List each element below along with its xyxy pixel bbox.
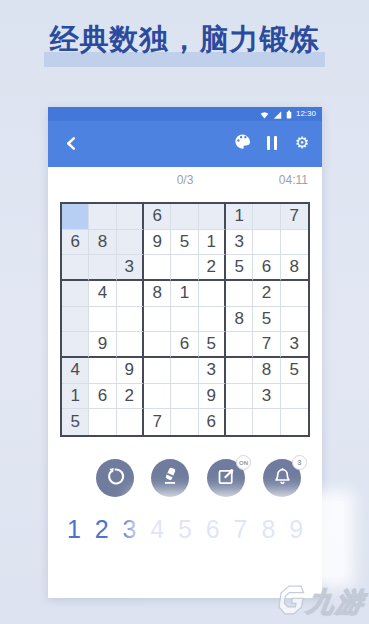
cell-r1c9[interactable]: 7 (281, 204, 308, 230)
status-bar: 12:30 (48, 107, 322, 121)
cell-r7c4[interactable] (144, 358, 171, 384)
cell-r7c7[interactable] (226, 358, 253, 384)
cell-r8c8[interactable]: 3 (253, 384, 280, 410)
cell-r4c5[interactable]: 1 (171, 281, 198, 307)
hint-badge: 3 (292, 455, 307, 470)
cell-r5c2[interactable] (89, 307, 116, 333)
cell-r1c2[interactable] (89, 204, 116, 230)
notes-badge: ON (236, 455, 251, 470)
cell-r8c9[interactable] (281, 384, 308, 410)
status-time: 12:30 (296, 110, 316, 118)
cell-r5c3[interactable] (117, 307, 144, 333)
cell-r7c1[interactable]: 4 (62, 358, 89, 384)
cell-r2c5[interactable]: 5 (171, 230, 198, 256)
cell-r7c8[interactable]: 8 (253, 358, 280, 384)
cell-r2c4[interactable]: 9 (144, 230, 171, 256)
jiuyou-logo-icon (276, 585, 307, 619)
cell-r5c5[interactable] (171, 307, 198, 333)
number-key-2[interactable]: 2 (88, 513, 116, 545)
page: 经典数独，脑力锻炼 12:30 (0, 0, 369, 624)
page-title: 经典数独，脑力锻炼 (0, 24, 369, 56)
back-chevron-icon (64, 136, 79, 155)
watermark: 九游 (275, 584, 367, 620)
cell-r8c7[interactable] (226, 384, 253, 410)
cell-r8c4[interactable] (144, 384, 171, 410)
cell-r9c8[interactable] (253, 409, 280, 435)
cell-r9c7[interactable] (226, 409, 253, 435)
cell-r2c2[interactable]: 8 (89, 230, 116, 256)
cell-r4c7[interactable] (226, 281, 253, 307)
headline: 经典数独，脑力锻炼 (0, 24, 369, 56)
cell-r3c8[interactable]: 6 (253, 255, 280, 281)
cell-r4c2[interactable]: 4 (89, 281, 116, 307)
cell-r3c1[interactable] (62, 255, 89, 281)
palette-icon (233, 132, 252, 155)
compose-icon (216, 466, 237, 491)
number-key-1[interactable]: 1 (60, 513, 88, 545)
cell-r8c2[interactable]: 6 (89, 384, 116, 410)
cell-r6c1[interactable] (62, 332, 89, 358)
eraser-icon (159, 465, 181, 491)
cell-r4c4[interactable]: 8 (144, 281, 171, 307)
cell-r8c1[interactable]: 1 (62, 384, 89, 410)
cell-r5c8[interactable]: 5 (253, 307, 280, 333)
cell-r2c6[interactable]: 1 (199, 230, 226, 256)
cell-r8c3[interactable]: 2 (117, 384, 144, 410)
cell-r2c3[interactable] (117, 230, 144, 256)
cell-r4c9[interactable] (281, 281, 308, 307)
cell-r6c9[interactable]: 3 (281, 332, 308, 358)
cell-r6c6[interactable]: 5 (199, 332, 226, 358)
hint-button[interactable]: 3 (263, 459, 301, 497)
notes-button[interactable]: ON (207, 459, 245, 497)
cell-r9c6[interactable]: 6 (199, 409, 226, 435)
pause-icon (267, 136, 277, 150)
cell-r5c9[interactable] (281, 307, 308, 333)
cell-r7c9[interactable]: 5 (281, 358, 308, 384)
cell-r6c8[interactable]: 7 (253, 332, 280, 358)
cell-r9c9[interactable] (281, 409, 308, 435)
cell-r6c2[interactable]: 9 (89, 332, 116, 358)
cell-r9c2[interactable] (89, 409, 116, 435)
cell-r4c6[interactable] (199, 281, 226, 307)
cell-r1c1[interactable] (62, 204, 89, 230)
cell-r5c6[interactable] (199, 307, 226, 333)
cell-r9c4[interactable]: 7 (144, 409, 171, 435)
cell-r4c8[interactable]: 2 (253, 281, 280, 307)
cell-r2c8[interactable] (253, 230, 280, 256)
sudoku-grid: 61768951332568481285965734938516293576 (60, 202, 310, 437)
cell-r8c6[interactable]: 9 (199, 384, 226, 410)
cell-r6c5[interactable]: 6 (171, 332, 198, 358)
cell-r9c5[interactable] (171, 409, 198, 435)
info-bar: 0/3 04:11 (48, 173, 322, 189)
erase-button[interactable] (151, 459, 189, 497)
undo-button[interactable] (96, 459, 134, 497)
theme-button[interactable] (232, 132, 252, 154)
cell-r7c5[interactable] (171, 358, 198, 384)
cell-r2c9[interactable] (281, 230, 308, 256)
cell-r9c1[interactable]: 5 (62, 409, 89, 435)
cell-r1c3[interactable] (117, 204, 144, 230)
pause-button[interactable] (262, 132, 282, 154)
timer: 04:11 (279, 173, 308, 187)
cell-r7c3[interactable]: 9 (117, 358, 144, 384)
cell-r2c7[interactable]: 3 (226, 230, 253, 256)
toolbar: ON 3 (60, 459, 310, 499)
cell-r2c1[interactable]: 6 (62, 230, 89, 256)
undo-arrow-icon (104, 465, 127, 492)
cell-r5c7[interactable]: 8 (226, 307, 253, 333)
cell-r3c3[interactable]: 3 (117, 255, 144, 281)
gear-icon: ⚙ (295, 135, 309, 151)
back-button[interactable] (60, 134, 82, 156)
cell-r8c5[interactable] (171, 384, 198, 410)
cell-r3c4[interactable] (144, 255, 171, 281)
cell-r6c7[interactable] (226, 332, 253, 358)
settings-button[interactable]: ⚙ (292, 132, 312, 154)
cell-r1c5[interactable] (171, 204, 198, 230)
cell-r4c1[interactable] (62, 281, 89, 307)
cell-r6c3[interactable] (117, 332, 144, 358)
cell-r3c6[interactable]: 2 (199, 255, 226, 281)
cell-r5c1[interactable] (62, 307, 89, 333)
cell-r1c6[interactable] (199, 204, 226, 230)
cell-r3c2[interactable] (89, 255, 116, 281)
cell-r7c6[interactable]: 3 (199, 358, 226, 384)
cell-r9c3[interactable] (117, 409, 144, 435)
cell-r1c8[interactable] (253, 204, 280, 230)
bell-icon (272, 466, 293, 491)
cell-r1c7[interactable]: 1 (226, 204, 253, 230)
cell-r5c4[interactable] (144, 307, 171, 333)
cell-r7c2[interactable] (89, 358, 116, 384)
watermark-text: 九游 (304, 584, 367, 620)
censor-overlay (140, 501, 344, 577)
cell-r3c9[interactable]: 8 (281, 255, 308, 281)
cell-r1c4[interactable]: 6 (144, 204, 171, 230)
cell-r6c4[interactable] (144, 332, 171, 358)
app-bar: ⚙ (48, 121, 322, 167)
cell-r3c7[interactable]: 5 (226, 255, 253, 281)
cell-r4c3[interactable] (117, 281, 144, 307)
cell-r3c5[interactable] (171, 255, 198, 281)
